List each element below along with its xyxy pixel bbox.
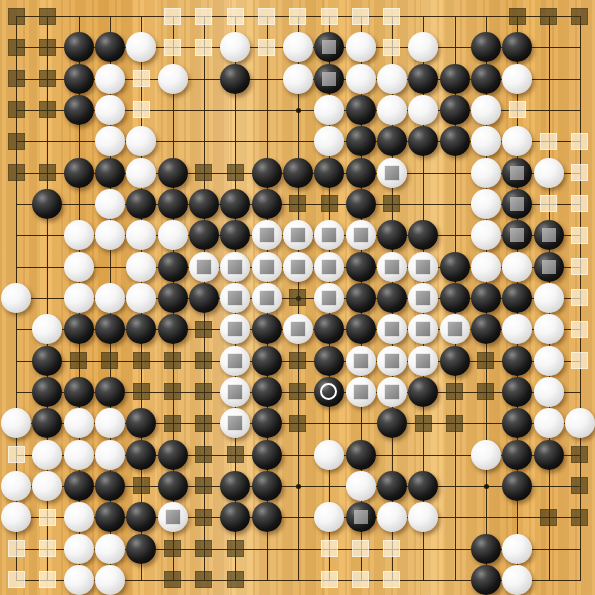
white-stone[interactable]: [502, 534, 532, 564]
black-stone[interactable]: [440, 95, 470, 125]
black-territory-marker: [164, 383, 181, 400]
black-territory-marker: [289, 383, 306, 400]
black-stone[interactable]: [126, 502, 156, 532]
black-territory-marker: [289, 352, 306, 369]
black-stone[interactable]: [534, 440, 564, 470]
white-territory-marker: [164, 8, 181, 25]
white-stone[interactable]: [95, 440, 125, 470]
star-point: [484, 484, 489, 489]
dead-stone-marker: [322, 228, 336, 242]
white-stone[interactable]: [471, 440, 501, 470]
black-stone[interactable]: [408, 471, 438, 501]
white-stone[interactable]: [346, 471, 376, 501]
black-stone[interactable]: [32, 377, 62, 407]
black-stone[interactable]: [471, 565, 501, 595]
white-stone[interactable]: [95, 565, 125, 595]
dead-stone-marker: [291, 228, 305, 242]
black-stone[interactable]: [32, 346, 62, 376]
dead-white-stone[interactable]: [252, 252, 282, 282]
white-territory-marker: [540, 133, 557, 150]
white-stone[interactable]: [64, 283, 94, 313]
white-stone[interactable]: [377, 64, 407, 94]
white-territory-marker: [39, 509, 56, 526]
dead-white-stone[interactable]: [283, 220, 313, 250]
white-territory-marker: [540, 195, 557, 212]
white-territory-marker: [39, 571, 56, 588]
white-stone[interactable]: [283, 64, 313, 94]
black-stone[interactable]: [346, 314, 376, 344]
black-stone[interactable]: [252, 502, 282, 532]
white-territory-marker: [352, 571, 369, 588]
white-stone[interactable]: [283, 32, 313, 62]
black-stone[interactable]: [440, 126, 470, 156]
white-stone[interactable]: [377, 502, 407, 532]
dead-black-stone[interactable]: [314, 64, 344, 94]
black-territory-marker: [8, 70, 25, 87]
white-stone[interactable]: [408, 32, 438, 62]
white-territory-marker: [321, 8, 338, 25]
dead-white-stone[interactable]: [377, 314, 407, 344]
black-stone[interactable]: [502, 440, 532, 470]
black-stone[interactable]: [220, 502, 250, 532]
white-stone[interactable]: [1, 408, 31, 438]
dead-black-stone[interactable]: [534, 252, 564, 282]
dead-white-stone[interactable]: [346, 377, 376, 407]
dead-stone-marker: [510, 197, 524, 211]
dead-stone-marker: [385, 322, 399, 336]
black-stone[interactable]: [252, 440, 282, 470]
black-stone[interactable]: [252, 408, 282, 438]
black-territory-marker: [164, 540, 181, 557]
black-territory-marker: [195, 446, 212, 463]
white-stone[interactable]: [471, 189, 501, 219]
dead-stone-marker: [354, 510, 368, 524]
white-stone[interactable]: [502, 565, 532, 595]
dead-black-stone[interactable]: [502, 189, 532, 219]
dead-white-stone[interactable]: [377, 377, 407, 407]
black-territory-marker: [571, 509, 588, 526]
dead-white-stone[interactable]: [408, 252, 438, 282]
dead-white-stone[interactable]: [158, 502, 188, 532]
white-stone[interactable]: [346, 64, 376, 94]
black-stone[interactable]: [95, 471, 125, 501]
black-stone[interactable]: [440, 64, 470, 94]
dead-stone-marker: [354, 385, 368, 399]
white-stone[interactable]: [95, 126, 125, 156]
black-territory-marker: [289, 289, 306, 306]
dead-black-stone[interactable]: [502, 220, 532, 250]
dead-stone-marker: [166, 510, 180, 524]
dead-white-stone[interactable]: [314, 252, 344, 282]
white-territory-marker: [39, 540, 56, 557]
white-stone[interactable]: [534, 283, 564, 313]
white-territory-marker: [571, 258, 588, 275]
white-territory-marker: [195, 39, 212, 56]
black-stone[interactable]: [408, 377, 438, 407]
black-stone[interactable]: [346, 283, 376, 313]
dead-white-stone[interactable]: [252, 283, 282, 313]
black-stone[interactable]: [377, 220, 407, 250]
white-stone[interactable]: [126, 158, 156, 188]
black-stone[interactable]: [377, 408, 407, 438]
black-stone[interactable]: [377, 471, 407, 501]
white-territory-marker: [383, 540, 400, 557]
black-stone[interactable]: [220, 471, 250, 501]
white-stone[interactable]: [95, 283, 125, 313]
black-stone[interactable]: [283, 158, 313, 188]
black-stone[interactable]: [346, 126, 376, 156]
dead-white-stone[interactable]: [220, 408, 250, 438]
black-territory-marker: [195, 321, 212, 338]
black-territory-marker: [195, 164, 212, 181]
white-stone[interactable]: [64, 252, 94, 282]
black-territory-marker: [540, 509, 557, 526]
black-territory-marker: [133, 477, 150, 494]
white-stone[interactable]: [1, 283, 31, 313]
black-stone[interactable]: [95, 158, 125, 188]
black-stone[interactable]: [158, 189, 188, 219]
dead-stone-marker: [228, 416, 242, 430]
black-territory-marker: [195, 477, 212, 494]
white-stone[interactable]: [64, 565, 94, 595]
white-territory-marker: [383, 39, 400, 56]
black-stone-last-move[interactable]: [314, 377, 344, 407]
dead-stone-marker: [416, 354, 430, 368]
black-stone[interactable]: [252, 158, 282, 188]
black-territory-marker: [39, 39, 56, 56]
white-stone[interactable]: [158, 64, 188, 94]
black-territory-marker: [227, 446, 244, 463]
black-stone[interactable]: [158, 252, 188, 282]
dead-white-stone[interactable]: [283, 314, 313, 344]
white-stone[interactable]: [32, 471, 62, 501]
black-territory-marker: [133, 352, 150, 369]
dead-black-stone[interactable]: [502, 158, 532, 188]
black-stone[interactable]: [126, 440, 156, 470]
black-territory-marker: [70, 352, 87, 369]
black-stone[interactable]: [158, 283, 188, 313]
black-stone[interactable]: [64, 471, 94, 501]
black-stone[interactable]: [471, 283, 501, 313]
dead-stone-marker: [260, 260, 274, 274]
white-stone[interactable]: [95, 534, 125, 564]
dead-stone-marker: [385, 385, 399, 399]
white-territory-marker: [258, 8, 275, 25]
white-stone[interactable]: [471, 95, 501, 125]
black-stone[interactable]: [252, 189, 282, 219]
dead-stone-marker: [228, 260, 242, 274]
black-territory-marker: [8, 133, 25, 150]
dead-white-stone[interactable]: [220, 377, 250, 407]
black-stone[interactable]: [346, 440, 376, 470]
white-territory-marker: [352, 8, 369, 25]
dead-stone-marker: [291, 322, 305, 336]
black-stone[interactable]: [64, 32, 94, 62]
black-stone[interactable]: [346, 189, 376, 219]
white-stone[interactable]: [377, 95, 407, 125]
black-stone[interactable]: [252, 346, 282, 376]
black-stone[interactable]: [471, 314, 501, 344]
white-stone[interactable]: [64, 502, 94, 532]
white-stone[interactable]: [126, 220, 156, 250]
white-stone[interactable]: [95, 408, 125, 438]
black-stone[interactable]: [126, 408, 156, 438]
black-stone[interactable]: [440, 346, 470, 376]
white-territory-marker: [571, 227, 588, 244]
dead-white-stone[interactable]: [220, 314, 250, 344]
dead-white-stone[interactable]: [377, 158, 407, 188]
black-stone[interactable]: [440, 283, 470, 313]
black-territory-marker: [39, 101, 56, 118]
white-territory-marker: [571, 289, 588, 306]
white-stone[interactable]: [126, 252, 156, 282]
black-territory-marker: [477, 352, 494, 369]
black-territory-marker: [540, 8, 557, 25]
white-territory-marker: [133, 70, 150, 87]
white-stone[interactable]: [346, 32, 376, 62]
black-territory-marker: [195, 352, 212, 369]
black-territory-marker: [164, 415, 181, 432]
black-territory-marker: [571, 477, 588, 494]
black-stone[interactable]: [252, 471, 282, 501]
white-stone[interactable]: [502, 314, 532, 344]
dead-stone-marker: [228, 322, 242, 336]
black-stone[interactable]: [377, 126, 407, 156]
black-stone[interactable]: [189, 220, 219, 250]
dead-white-stone[interactable]: [408, 283, 438, 313]
dead-white-stone[interactable]: [220, 252, 250, 282]
white-stone[interactable]: [32, 440, 62, 470]
black-stone[interactable]: [32, 189, 62, 219]
white-stone[interactable]: [64, 534, 94, 564]
white-stone[interactable]: [314, 95, 344, 125]
black-stone[interactable]: [471, 534, 501, 564]
dead-white-stone[interactable]: [408, 346, 438, 376]
black-territory-marker: [571, 8, 588, 25]
dead-stone-marker: [542, 260, 556, 274]
black-stone[interactable]: [408, 220, 438, 250]
white-stone[interactable]: [158, 220, 188, 250]
black-stone[interactable]: [126, 314, 156, 344]
star-point: [296, 108, 301, 113]
white-stone[interactable]: [1, 471, 31, 501]
black-stone[interactable]: [252, 314, 282, 344]
dead-stone-marker: [322, 40, 336, 54]
black-stone[interactable]: [32, 408, 62, 438]
dead-white-stone[interactable]: [346, 220, 376, 250]
black-territory-marker: [509, 8, 526, 25]
white-territory-marker: [321, 571, 338, 588]
dead-black-stone[interactable]: [346, 502, 376, 532]
go-board[interactable]: [0, 0, 595, 595]
white-stone[interactable]: [126, 32, 156, 62]
black-stone[interactable]: [440, 252, 470, 282]
dead-white-stone[interactable]: [408, 314, 438, 344]
black-stone[interactable]: [189, 189, 219, 219]
dead-white-stone[interactable]: [377, 346, 407, 376]
white-stone[interactable]: [314, 502, 344, 532]
white-stone[interactable]: [1, 502, 31, 532]
black-territory-marker: [39, 70, 56, 87]
dead-white-stone[interactable]: [220, 346, 250, 376]
dead-stone-marker: [542, 228, 556, 242]
dead-white-stone[interactable]: [220, 283, 250, 313]
black-stone[interactable]: [314, 346, 344, 376]
dead-stone-marker: [228, 354, 242, 368]
dead-white-stone[interactable]: [189, 252, 219, 282]
black-stone[interactable]: [158, 314, 188, 344]
white-stone[interactable]: [314, 440, 344, 470]
dead-stone-marker: [510, 228, 524, 242]
white-stone[interactable]: [471, 220, 501, 250]
white-stone[interactable]: [408, 502, 438, 532]
white-territory-marker: [227, 8, 244, 25]
dead-stone-marker: [228, 291, 242, 305]
black-stone[interactable]: [408, 64, 438, 94]
black-stone[interactable]: [471, 32, 501, 62]
black-stone[interactable]: [502, 377, 532, 407]
white-territory-marker: [571, 352, 588, 369]
black-stone[interactable]: [471, 64, 501, 94]
dead-stone-marker: [322, 260, 336, 274]
dead-white-stone[interactable]: [314, 220, 344, 250]
white-stone[interactable]: [126, 126, 156, 156]
white-territory-marker: [8, 571, 25, 588]
black-stone[interactable]: [346, 95, 376, 125]
dead-white-stone[interactable]: [252, 220, 282, 250]
white-stone[interactable]: [534, 158, 564, 188]
black-territory-marker: [227, 164, 244, 181]
black-territory-marker: [39, 164, 56, 181]
star-point: [296, 484, 301, 489]
black-stone[interactable]: [64, 64, 94, 94]
white-stone[interactable]: [95, 64, 125, 94]
black-stone[interactable]: [64, 314, 94, 344]
black-territory-marker: [477, 383, 494, 400]
black-stone[interactable]: [95, 502, 125, 532]
white-stone[interactable]: [534, 377, 564, 407]
dead-white-stone[interactable]: [314, 283, 344, 313]
dead-black-stone[interactable]: [534, 220, 564, 250]
white-territory-marker: [571, 195, 588, 212]
white-stone[interactable]: [502, 252, 532, 282]
dead-stone-marker: [510, 166, 524, 180]
black-stone[interactable]: [502, 408, 532, 438]
white-stone[interactable]: [471, 158, 501, 188]
white-territory-marker: [258, 39, 275, 56]
black-territory-marker: [39, 8, 56, 25]
white-stone[interactable]: [534, 408, 564, 438]
black-territory-marker: [101, 352, 118, 369]
black-territory-marker: [133, 383, 150, 400]
black-stone[interactable]: [126, 189, 156, 219]
white-stone[interactable]: [408, 95, 438, 125]
black-territory-marker: [383, 195, 400, 212]
white-stone[interactable]: [64, 220, 94, 250]
black-stone[interactable]: [126, 534, 156, 564]
last-move-marker: [320, 383, 337, 400]
black-stone[interactable]: [189, 283, 219, 313]
black-territory-marker: [227, 571, 244, 588]
black-stone[interactable]: [158, 158, 188, 188]
black-stone[interactable]: [95, 32, 125, 62]
black-stone[interactable]: [502, 346, 532, 376]
black-stone[interactable]: [314, 314, 344, 344]
dead-stone-marker: [385, 354, 399, 368]
black-territory-marker: [321, 195, 338, 212]
black-stone[interactable]: [220, 220, 250, 250]
black-stone[interactable]: [377, 283, 407, 313]
white-stone[interactable]: [220, 32, 250, 62]
black-territory-marker: [8, 39, 25, 56]
white-stone[interactable]: [32, 314, 62, 344]
white-territory-marker: [571, 133, 588, 150]
black-stone[interactable]: [346, 252, 376, 282]
black-stone[interactable]: [158, 440, 188, 470]
white-stone[interactable]: [471, 126, 501, 156]
white-territory-marker: [321, 540, 338, 557]
white-territory-marker: [195, 8, 212, 25]
white-stone[interactable]: [126, 283, 156, 313]
black-stone[interactable]: [95, 314, 125, 344]
dead-white-stone[interactable]: [440, 314, 470, 344]
white-stone[interactable]: [534, 346, 564, 376]
dead-stone-marker: [385, 166, 399, 180]
black-stone[interactable]: [64, 377, 94, 407]
dead-stone-marker: [322, 291, 336, 305]
dead-white-stone[interactable]: [377, 252, 407, 282]
white-stone[interactable]: [502, 126, 532, 156]
black-stone[interactable]: [346, 158, 376, 188]
dead-black-stone[interactable]: [314, 32, 344, 62]
white-territory-marker: [383, 8, 400, 25]
white-territory-marker: [289, 8, 306, 25]
go-app-window: [0, 0, 595, 595]
white-territory-marker: [164, 39, 181, 56]
white-stone[interactable]: [502, 64, 532, 94]
black-stone[interactable]: [502, 471, 532, 501]
black-territory-marker: [227, 540, 244, 557]
black-stone[interactable]: [220, 189, 250, 219]
black-stone[interactable]: [314, 158, 344, 188]
black-territory-marker: [195, 540, 212, 557]
black-stone[interactable]: [502, 283, 532, 313]
black-stone[interactable]: [64, 158, 94, 188]
white-stone[interactable]: [314, 126, 344, 156]
white-stone[interactable]: [95, 189, 125, 219]
white-stone[interactable]: [471, 252, 501, 282]
dead-white-stone[interactable]: [283, 252, 313, 282]
black-stone[interactable]: [95, 377, 125, 407]
white-stone[interactable]: [565, 408, 595, 438]
dead-white-stone[interactable]: [346, 346, 376, 376]
black-territory-marker: [8, 8, 25, 25]
black-stone[interactable]: [64, 95, 94, 125]
white-stone[interactable]: [95, 220, 125, 250]
black-stone[interactable]: [408, 126, 438, 156]
dead-stone-marker: [260, 291, 274, 305]
white-stone[interactable]: [64, 440, 94, 470]
black-stone[interactable]: [158, 471, 188, 501]
black-stone[interactable]: [252, 377, 282, 407]
white-stone[interactable]: [64, 408, 94, 438]
black-territory-marker: [8, 164, 25, 181]
black-stone[interactable]: [502, 32, 532, 62]
black-stone[interactable]: [220, 64, 250, 94]
white-stone[interactable]: [534, 314, 564, 344]
black-territory-marker: [446, 383, 463, 400]
white-stone[interactable]: [95, 95, 125, 125]
